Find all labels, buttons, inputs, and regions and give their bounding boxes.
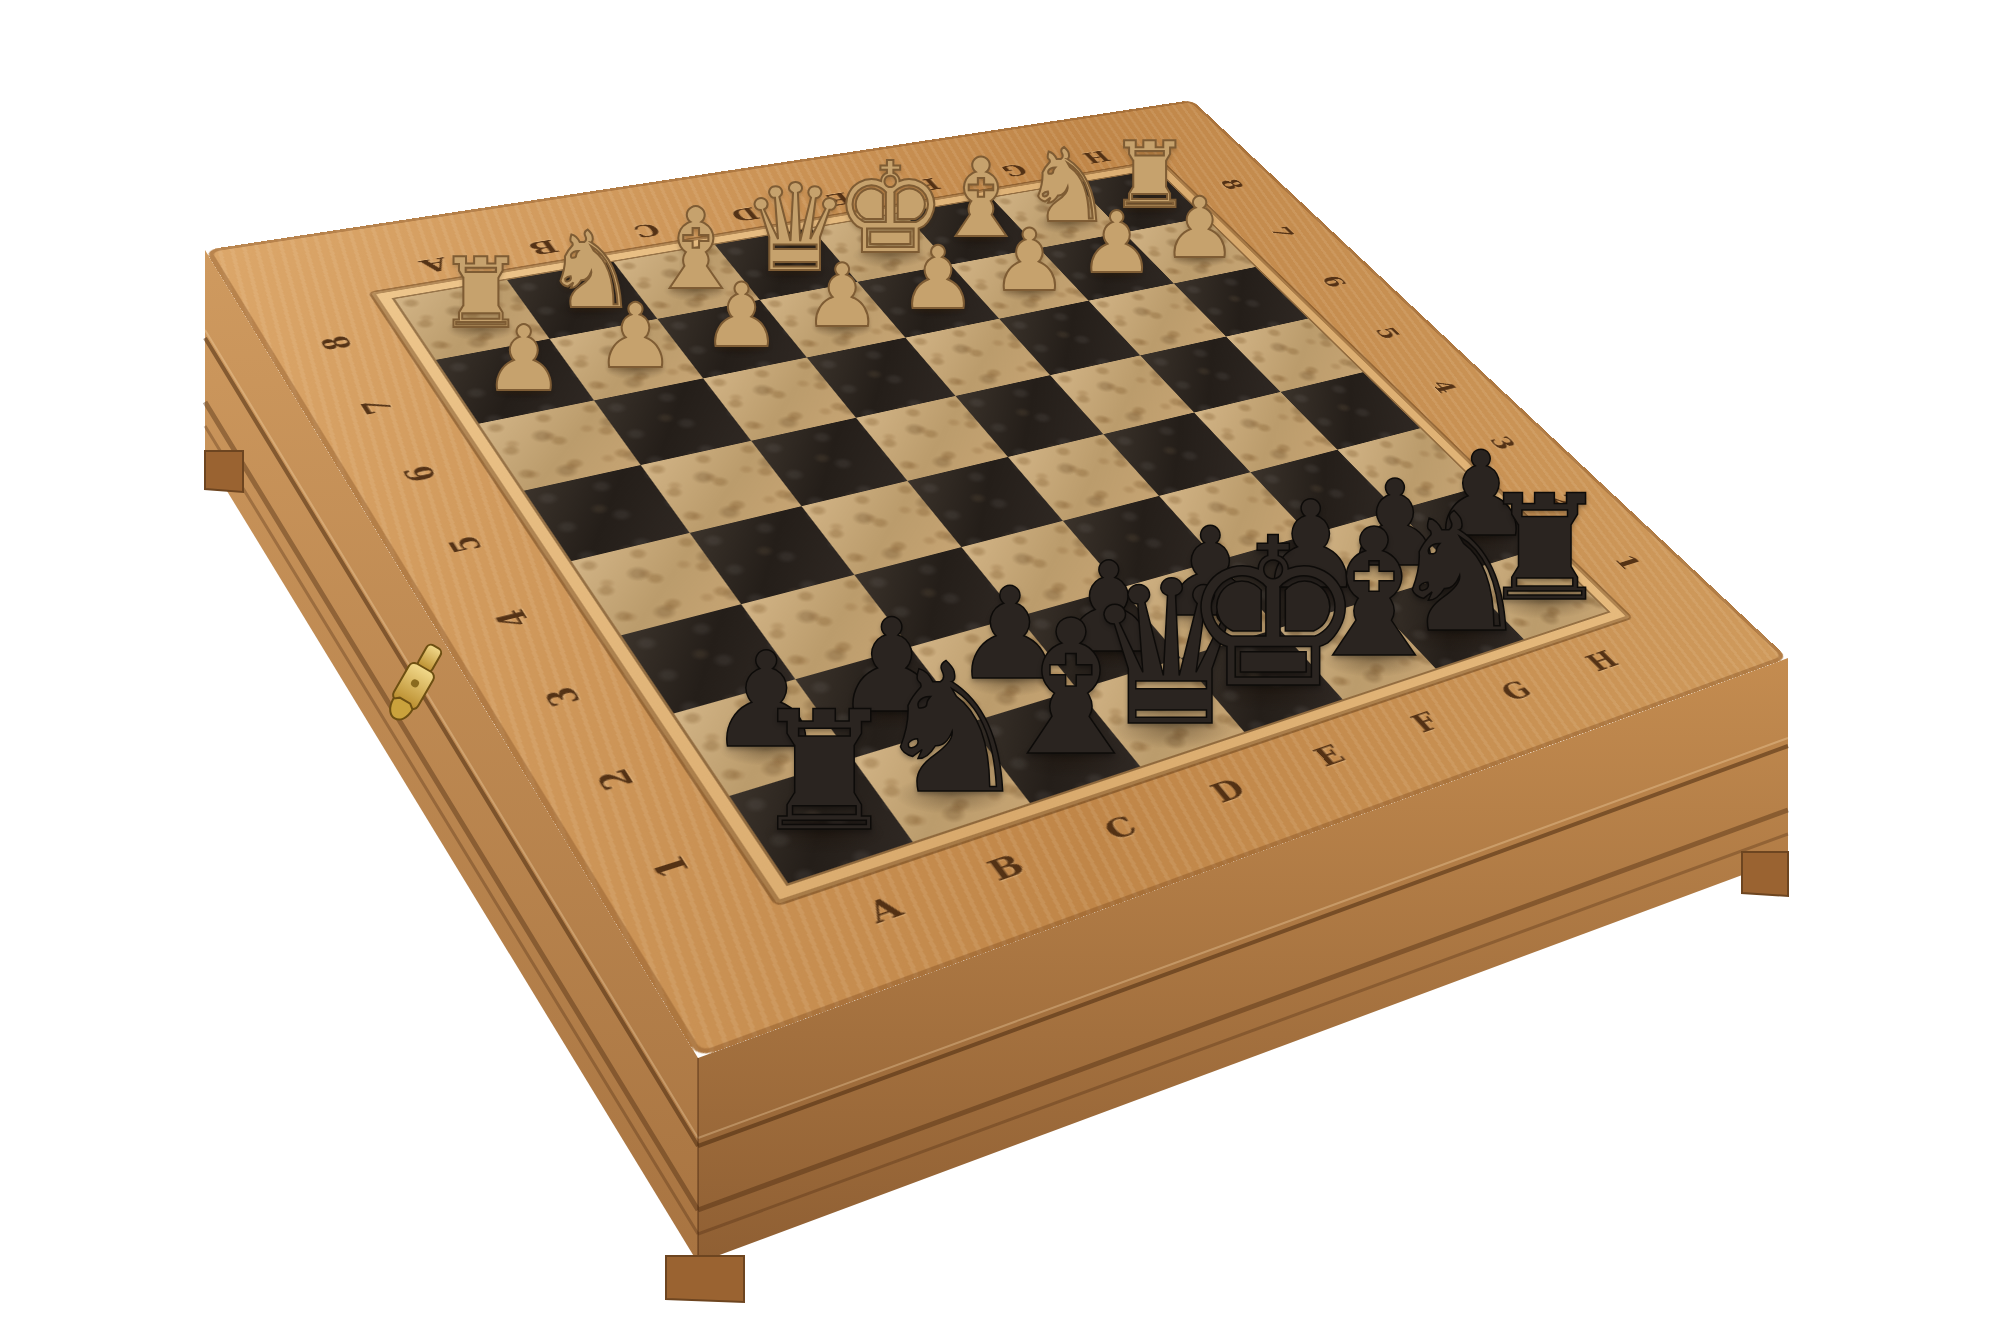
rank-label-left-5: 5: [433, 525, 498, 563]
file-label-near-G: G: [1487, 672, 1546, 710]
photo-canvas: ABCDEFGH ABCDEFGH 87654321 87654321 ♜♞♝♛…: [0, 0, 2000, 1333]
file-label-near-E: E: [1298, 735, 1361, 777]
piece-white-pawn-g7[interactable]: ♟: [1078, 202, 1154, 287]
rank-label-left-4: 4: [479, 598, 546, 639]
rank-label-left-2: 2: [580, 756, 650, 803]
file-label-near-A: A: [849, 885, 920, 936]
file-label-near-C: C: [1087, 805, 1154, 851]
file-label-near-H: H: [1573, 643, 1630, 680]
file-label-near-B: B: [972, 844, 1041, 892]
rank-label-left-6: 6: [389, 456, 452, 492]
rank-label-left-1: 1: [635, 842, 707, 892]
piece-white-pawn-h7[interactable]: ♟: [1162, 186, 1237, 270]
piece-white-pawn-f7[interactable]: ♟: [991, 218, 1068, 304]
file-label-near-D: D: [1196, 769, 1261, 813]
foot-south: [666, 1256, 744, 1302]
piece-white-pawn-c7[interactable]: ♟: [702, 272, 781, 360]
piece-black-rook-h1[interactable]: ♜: [1480, 474, 1611, 620]
piece-white-pawn-a7[interactable]: ♟: [483, 313, 564, 403]
file-label-near-F: F: [1395, 702, 1456, 742]
rank-label-right-7: 7: [1258, 220, 1306, 244]
rank-label-left-3: 3: [529, 675, 597, 719]
rank-label-right-5: 5: [1363, 320, 1413, 347]
piece-white-pawn-b7[interactable]: ♟: [596, 292, 676, 381]
piece-white-pawn-d7[interactable]: ♟: [803, 253, 881, 340]
piece-white-pawn-e7[interactable]: ♟: [899, 235, 977, 322]
rank-label-left-7: 7: [347, 390, 409, 424]
rank-label-right-4: 4: [1418, 373, 1469, 401]
rank-label-left-8: 8: [307, 327, 367, 359]
foot-east: [1742, 852, 1788, 896]
foot-west: [205, 451, 243, 492]
rank-label-right-6: 6: [1309, 269, 1358, 294]
